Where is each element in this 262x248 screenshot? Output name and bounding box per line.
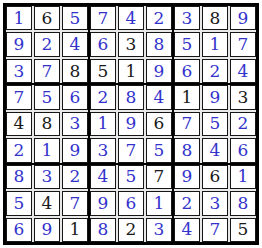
cell-r3c8[interactable]: 2	[202, 59, 228, 83]
cell-r8c2[interactable]: 4	[34, 191, 60, 215]
cell-r9c9[interactable]: 5	[230, 218, 256, 242]
cell-r3c5[interactable]: 1	[118, 59, 144, 83]
cell-r4c7[interactable]: 1	[174, 85, 200, 109]
box-2-1: 756483219	[6, 85, 88, 162]
cell-r5c8[interactable]: 5	[202, 112, 228, 136]
cell-r8c9[interactable]: 8	[230, 191, 256, 215]
cell-r8c5[interactable]: 6	[118, 191, 144, 215]
cell-r4c8[interactable]: 9	[202, 85, 228, 109]
cell-r4c1[interactable]: 7	[6, 85, 32, 109]
cell-r1c7[interactable]: 3	[174, 6, 200, 30]
box-3-3: 961238475	[174, 165, 256, 242]
box-1-3: 389517624	[174, 6, 256, 83]
cell-r7c2[interactable]: 3	[34, 165, 60, 189]
cell-r7c4[interactable]: 4	[90, 165, 116, 189]
cell-r8c3[interactable]: 7	[62, 191, 88, 215]
cell-r2c4[interactable]: 6	[90, 32, 116, 56]
cell-r7c9[interactable]: 1	[230, 165, 256, 189]
cell-r3c9[interactable]: 4	[230, 59, 256, 83]
cell-r1c3[interactable]: 5	[62, 6, 88, 30]
cell-r9c7[interactable]: 4	[174, 218, 200, 242]
cell-r1c9[interactable]: 9	[230, 6, 256, 30]
cell-r3c1[interactable]: 3	[6, 59, 32, 83]
box-2-3: 193752846	[174, 85, 256, 162]
cell-r7c8[interactable]: 6	[202, 165, 228, 189]
cell-r9c3[interactable]: 1	[62, 218, 88, 242]
cell-r4c3[interactable]: 6	[62, 85, 88, 109]
box-1-1: 165924378	[6, 6, 88, 83]
cell-r5c7[interactable]: 7	[174, 112, 200, 136]
cell-r9c5[interactable]: 2	[118, 218, 144, 242]
cell-r8c8[interactable]: 3	[202, 191, 228, 215]
cell-r5c6[interactable]: 6	[146, 112, 172, 136]
cell-r5c9[interactable]: 2	[230, 112, 256, 136]
cell-r6c1[interactable]: 2	[6, 138, 32, 162]
cell-r2c3[interactable]: 4	[62, 32, 88, 56]
cell-r2c5[interactable]: 3	[118, 32, 144, 56]
cell-r6c6[interactable]: 5	[146, 138, 172, 162]
cell-r1c2[interactable]: 6	[34, 6, 60, 30]
cell-r9c6[interactable]: 3	[146, 218, 172, 242]
cell-r1c5[interactable]: 4	[118, 6, 144, 30]
cell-r5c2[interactable]: 8	[34, 112, 60, 136]
cell-r9c8[interactable]: 7	[202, 218, 228, 242]
cell-r6c3[interactable]: 9	[62, 138, 88, 162]
cell-r6c7[interactable]: 8	[174, 138, 200, 162]
cell-r1c4[interactable]: 7	[90, 6, 116, 30]
cell-r7c3[interactable]: 2	[62, 165, 88, 189]
cell-r2c6[interactable]: 8	[146, 32, 172, 56]
cell-r2c8[interactable]: 1	[202, 32, 228, 56]
cell-r5c3[interactable]: 3	[62, 112, 88, 136]
cell-r8c4[interactable]: 9	[90, 191, 116, 215]
sudoku-page: 1659243787426385193895176247564832192841…	[0, 0, 262, 248]
cell-r9c2[interactable]: 9	[34, 218, 60, 242]
cell-r7c5[interactable]: 5	[118, 165, 144, 189]
cell-r7c7[interactable]: 9	[174, 165, 200, 189]
box-1-2: 742638519	[90, 6, 172, 83]
cell-r5c1[interactable]: 4	[6, 112, 32, 136]
cell-r6c4[interactable]: 3	[90, 138, 116, 162]
sudoku-board: 1659243787426385193895176247564832192841…	[3, 3, 259, 245]
cell-r1c1[interactable]: 1	[6, 6, 32, 30]
cell-r8c6[interactable]: 1	[146, 191, 172, 215]
cell-r5c5[interactable]: 9	[118, 112, 144, 136]
cell-r4c9[interactable]: 3	[230, 85, 256, 109]
cell-r4c2[interactable]: 5	[34, 85, 60, 109]
cell-r6c8[interactable]: 4	[202, 138, 228, 162]
cell-r9c1[interactable]: 6	[6, 218, 32, 242]
cell-r2c1[interactable]: 9	[6, 32, 32, 56]
cell-r6c2[interactable]: 1	[34, 138, 60, 162]
cell-r6c9[interactable]: 6	[230, 138, 256, 162]
box-2-2: 284196375	[90, 85, 172, 162]
cell-r1c6[interactable]: 2	[146, 6, 172, 30]
cell-r5c4[interactable]: 1	[90, 112, 116, 136]
cell-r8c7[interactable]: 2	[174, 191, 200, 215]
cell-r4c4[interactable]: 2	[90, 85, 116, 109]
cell-r3c4[interactable]: 5	[90, 59, 116, 83]
cell-r6c5[interactable]: 7	[118, 138, 144, 162]
cell-r3c3[interactable]: 8	[62, 59, 88, 83]
box-3-2: 457961823	[90, 165, 172, 242]
cell-r2c2[interactable]: 2	[34, 32, 60, 56]
box-3-1: 832547691	[6, 165, 88, 242]
cell-r3c6[interactable]: 9	[146, 59, 172, 83]
cell-r7c1[interactable]: 8	[6, 165, 32, 189]
cell-r3c7[interactable]: 6	[174, 59, 200, 83]
cell-r4c6[interactable]: 4	[146, 85, 172, 109]
cell-r2c7[interactable]: 5	[174, 32, 200, 56]
cell-r4c5[interactable]: 8	[118, 85, 144, 109]
cell-r1c8[interactable]: 8	[202, 6, 228, 30]
cell-r9c4[interactable]: 8	[90, 218, 116, 242]
cell-r2c9[interactable]: 7	[230, 32, 256, 56]
cell-r8c1[interactable]: 5	[6, 191, 32, 215]
cell-r7c6[interactable]: 7	[146, 165, 172, 189]
cell-r3c2[interactable]: 7	[34, 59, 60, 83]
